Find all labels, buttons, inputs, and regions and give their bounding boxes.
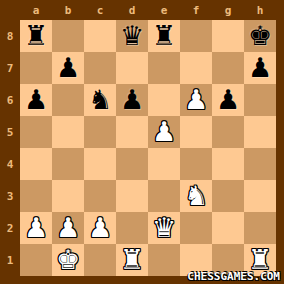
file-label-e: e [148,0,180,20]
rank-label-1: 1 [0,244,20,276]
piece-white-pawn-c2: ♟ [84,212,116,244]
square-a6[interactable]: ♟ [20,84,52,116]
square-f8[interactable] [180,20,212,52]
file-label-f: f [180,0,212,20]
rank-label-8: 8 [0,20,20,52]
square-b1[interactable]: ♚ [52,244,84,276]
square-d8[interactable]: ♛ [116,20,148,52]
square-g3[interactable] [212,180,244,212]
square-g4[interactable] [212,148,244,180]
square-f7[interactable] [180,52,212,84]
square-a1[interactable] [20,244,52,276]
piece-black-king-h8: ♚ [244,20,276,52]
piece-black-pawn-a6: ♟ [20,84,52,116]
square-a8[interactable]: ♜ [20,20,52,52]
rank-label-2: 2 [0,212,20,244]
square-d1[interactable]: ♜ [116,244,148,276]
piece-white-pawn-e5: ♟ [148,116,180,148]
square-f6[interactable]: ♟ [180,84,212,116]
square-g2[interactable] [212,212,244,244]
square-h6[interactable] [244,84,276,116]
file-label-a: a [20,0,52,20]
piece-black-pawn-b7: ♟ [52,52,84,84]
piece-black-pawn-d6: ♟ [116,84,148,116]
square-b8[interactable] [52,20,84,52]
square-d2[interactable] [116,212,148,244]
rank-label-4: 4 [0,148,20,180]
square-b5[interactable] [52,116,84,148]
square-h4[interactable] [244,148,276,180]
piece-black-pawn-h7: ♟ [244,52,276,84]
chess-board: ♜♛♜♚♟♟♟♞♟♟♟♟♞♟♟♟♛♚♜♜ [20,20,276,276]
square-d7[interactable] [116,52,148,84]
file-label-b: b [52,0,84,20]
square-a7[interactable] [20,52,52,84]
square-a5[interactable] [20,116,52,148]
chessgames-watermark: CHESSGAMES.COM [187,270,280,283]
square-d4[interactable] [116,148,148,180]
square-f2[interactable] [180,212,212,244]
piece-white-king-b1: ♚ [52,244,84,276]
piece-black-queen-d8: ♛ [116,20,148,52]
square-h2[interactable] [244,212,276,244]
file-label-h: h [244,0,276,20]
square-c6[interactable]: ♞ [84,84,116,116]
square-h7[interactable]: ♟ [244,52,276,84]
square-f5[interactable] [180,116,212,148]
piece-white-queen-e2: ♛ [148,212,180,244]
piece-black-rook-a8: ♜ [20,20,52,52]
file-labels: abcdefgh [20,0,276,20]
piece-black-pawn-g6: ♟ [212,84,244,116]
square-e7[interactable] [148,52,180,84]
square-f4[interactable] [180,148,212,180]
file-label-c: c [84,0,116,20]
square-b7[interactable]: ♟ [52,52,84,84]
square-a2[interactable]: ♟ [20,212,52,244]
piece-white-knight-f3: ♞ [180,180,212,212]
square-e5[interactable]: ♟ [148,116,180,148]
square-g6[interactable]: ♟ [212,84,244,116]
square-a3[interactable] [20,180,52,212]
square-h8[interactable]: ♚ [244,20,276,52]
square-c5[interactable] [84,116,116,148]
square-b4[interactable] [52,148,84,180]
file-label-d: d [116,0,148,20]
chess-diagram: abcdefgh 87654321 ♜♛♜♚♟♟♟♞♟♟♟♟♞♟♟♟♛♚♜♜ C… [0,0,284,284]
square-h3[interactable] [244,180,276,212]
square-b6[interactable] [52,84,84,116]
square-h5[interactable] [244,116,276,148]
square-e1[interactable] [148,244,180,276]
square-g8[interactable] [212,20,244,52]
square-d3[interactable] [116,180,148,212]
square-b2[interactable]: ♟ [52,212,84,244]
square-d6[interactable]: ♟ [116,84,148,116]
piece-white-pawn-a2: ♟ [20,212,52,244]
square-f3[interactable]: ♞ [180,180,212,212]
piece-black-knight-c6: ♞ [84,84,116,116]
square-e2[interactable]: ♛ [148,212,180,244]
piece-white-rook-d1: ♜ [116,244,148,276]
rank-label-6: 6 [0,84,20,116]
square-e6[interactable] [148,84,180,116]
square-d5[interactable] [116,116,148,148]
square-c3[interactable] [84,180,116,212]
file-label-g: g [212,0,244,20]
piece-white-pawn-f6: ♟ [180,84,212,116]
rank-labels: 87654321 [0,20,20,276]
rank-label-3: 3 [0,180,20,212]
rank-label-5: 5 [0,116,20,148]
square-e3[interactable] [148,180,180,212]
square-c7[interactable] [84,52,116,84]
square-b3[interactable] [52,180,84,212]
square-c2[interactable]: ♟ [84,212,116,244]
square-g5[interactable] [212,116,244,148]
square-a4[interactable] [20,148,52,180]
square-c4[interactable] [84,148,116,180]
square-e8[interactable]: ♜ [148,20,180,52]
square-c8[interactable] [84,20,116,52]
rank-label-7: 7 [0,52,20,84]
square-c1[interactable] [84,244,116,276]
piece-white-pawn-b2: ♟ [52,212,84,244]
piece-black-rook-e8: ♜ [148,20,180,52]
square-e4[interactable] [148,148,180,180]
square-g7[interactable] [212,52,244,84]
